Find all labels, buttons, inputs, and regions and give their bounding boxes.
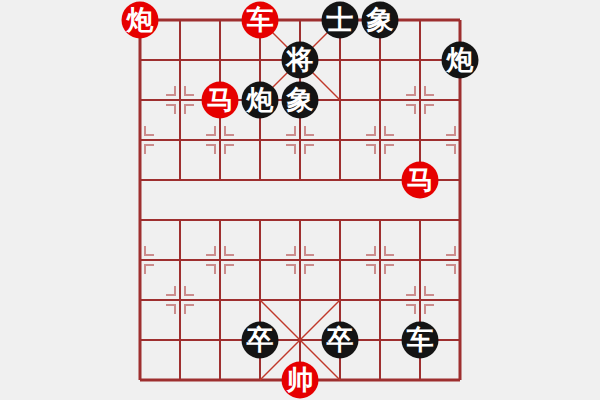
black-elephant-piece[interactable]: 象 (362, 2, 399, 39)
xiangqi-board: 炮车士象将炮马炮象马卒卒车帅 (0, 0, 600, 400)
red-horse-piece[interactable]: 马 (402, 162, 439, 199)
red-chariot-piece[interactable]: 车 (242, 2, 279, 39)
red-general-piece[interactable]: 帅 (282, 362, 319, 399)
black-elephant-piece[interactable]: 象 (282, 82, 319, 119)
black-general-piece[interactable]: 将 (282, 42, 319, 79)
red-horse-piece[interactable]: 马 (202, 82, 239, 119)
black-chariot-piece[interactable]: 车 (402, 322, 439, 359)
black-advisor-piece[interactable]: 士 (322, 2, 359, 39)
red-cannon-piece[interactable]: 炮 (122, 2, 159, 39)
black-cannon-piece[interactable]: 炮 (442, 42, 479, 79)
black-cannon-piece[interactable]: 炮 (242, 82, 279, 119)
black-soldier-piece[interactable]: 卒 (322, 322, 359, 359)
black-soldier-piece[interactable]: 卒 (242, 322, 279, 359)
piece-layer[interactable]: 炮车士象将炮马炮象马卒卒车帅 (0, 0, 600, 400)
